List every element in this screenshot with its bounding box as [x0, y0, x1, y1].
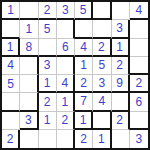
- digit: 1: [44, 77, 51, 89]
- digit: 2: [62, 114, 69, 126]
- cell-r6c1[interactable]: [2, 93, 20, 111]
- digit: 1: [98, 133, 105, 145]
- digit: 4: [136, 4, 143, 16]
- digit: 4: [62, 77, 69, 89]
- cell-r2c5[interactable]: [75, 20, 93, 38]
- cell-r5c5[interactable]: 2: [75, 75, 93, 93]
- digit: 4: [7, 59, 14, 71]
- cell-r8c6[interactable]: 1: [93, 130, 111, 148]
- digit: 1: [80, 114, 87, 126]
- cell-r8c5[interactable]: 2: [75, 130, 93, 148]
- cell-r2c7[interactable]: 3: [112, 20, 130, 38]
- digit: 1: [7, 41, 14, 53]
- digit: 1: [44, 114, 51, 126]
- cell-r3c5[interactable]: 4: [75, 39, 93, 57]
- digit: 3: [44, 59, 51, 71]
- digit: 5: [7, 78, 14, 90]
- cell-r6c5[interactable]: 7: [75, 93, 93, 111]
- cell-r5c1[interactable]: 5: [2, 75, 20, 93]
- cell-r7c5[interactable]: 1: [75, 112, 93, 130]
- digit: 2: [80, 133, 87, 145]
- digit: 2: [7, 133, 14, 145]
- cell-r2c2[interactable]: 1: [20, 20, 38, 38]
- cell-r4c6[interactable]: 5: [93, 57, 111, 75]
- cell-r6c7[interactable]: [112, 93, 130, 111]
- cell-r3c4[interactable]: 6: [57, 39, 75, 57]
- cell-r1c6[interactable]: [93, 2, 111, 20]
- digit: 6: [136, 96, 143, 108]
- cell-r8c3[interactable]: [39, 130, 57, 148]
- digit: 3: [62, 4, 69, 16]
- cell-r4c1[interactable]: 4: [2, 57, 20, 75]
- cell-r3c2[interactable]: 8: [20, 39, 38, 57]
- digit: 2: [44, 4, 51, 16]
- cell-r3c7[interactable]: 1: [112, 39, 130, 57]
- digit: 2: [116, 114, 123, 126]
- cell-r5c6[interactable]: 3: [93, 75, 111, 93]
- cell-r1c5[interactable]: 5: [75, 2, 93, 20]
- cell-r8c4[interactable]: [57, 130, 75, 148]
- cell-r6c3[interactable]: 2: [39, 93, 57, 111]
- cell-r1c7[interactable]: [112, 2, 130, 20]
- cell-r8c8[interactable]: 3: [130, 130, 148, 148]
- cell-r4c5[interactable]: 1: [75, 57, 93, 75]
- cell-r4c4[interactable]: [57, 57, 75, 75]
- digit: 2: [98, 41, 105, 53]
- digit: 7: [80, 95, 87, 107]
- cell-r2c6[interactable]: [93, 20, 111, 38]
- digit: 4: [99, 95, 106, 107]
- cell-r4c7[interactable]: 2: [112, 57, 130, 75]
- cell-r8c2[interactable]: [20, 130, 38, 148]
- digit: 2: [44, 96, 51, 108]
- cell-r4c2[interactable]: [20, 57, 38, 75]
- digit: 2: [136, 77, 143, 89]
- cell-r5c7[interactable]: 9: [112, 75, 130, 93]
- cell-r7c4[interactable]: 2: [57, 112, 75, 130]
- digit: 4: [80, 41, 87, 53]
- cell-r2c4[interactable]: [57, 20, 75, 38]
- cell-r4c3[interactable]: 3: [39, 57, 57, 75]
- cell-r8c7[interactable]: [112, 130, 130, 148]
- cell-r7c8[interactable]: [130, 112, 148, 130]
- digit: 5: [80, 4, 87, 16]
- digit: 1: [80, 59, 87, 71]
- cell-r3c3[interactable]: [39, 39, 57, 57]
- cell-r3c6[interactable]: 2: [93, 39, 111, 57]
- digit: 1: [26, 23, 33, 35]
- digit: 2: [116, 59, 123, 71]
- cell-r3c8[interactable]: [130, 39, 148, 57]
- cell-r3c1[interactable]: 1: [2, 39, 20, 57]
- digit: 5: [44, 23, 51, 35]
- cell-r7c6[interactable]: [93, 112, 111, 130]
- digit: 3: [136, 133, 143, 145]
- cell-r8c1[interactable]: 2: [2, 130, 20, 148]
- cell-r6c6[interactable]: 4: [93, 93, 111, 111]
- cell-r7c7[interactable]: 2: [112, 112, 130, 130]
- cell-r2c1[interactable]: [2, 20, 20, 38]
- cell-r1c2[interactable]: [20, 2, 38, 20]
- cell-r7c2[interactable]: 3: [20, 112, 38, 130]
- digit: 1: [116, 41, 123, 53]
- cell-r5c8[interactable]: 2: [130, 75, 148, 93]
- cell-r4c8[interactable]: [130, 57, 148, 75]
- cell-r1c8[interactable]: 4: [130, 2, 148, 20]
- digit: 3: [99, 77, 106, 89]
- puzzle-board: 1235415318642143152514239221746312122213: [0, 0, 150, 150]
- digit: 6: [62, 41, 69, 53]
- cell-r6c4[interactable]: 1: [57, 93, 75, 111]
- digit: 1: [62, 96, 69, 108]
- cell-r1c4[interactable]: 3: [57, 2, 75, 20]
- digit: 2: [80, 77, 87, 89]
- cell-r7c3[interactable]: 1: [39, 112, 57, 130]
- digit: 8: [26, 41, 33, 53]
- digit: 3: [25, 114, 32, 126]
- cell-r1c3[interactable]: 2: [39, 2, 57, 20]
- digit: 5: [99, 59, 106, 71]
- digit: 1: [7, 4, 14, 16]
- cell-r6c8[interactable]: 6: [130, 93, 148, 111]
- cell-r7c1[interactable]: [2, 112, 20, 130]
- cell-r5c3[interactable]: 1: [39, 75, 57, 93]
- cell-r1c1[interactable]: 1: [2, 2, 20, 20]
- cell-r5c4[interactable]: 4: [57, 75, 75, 93]
- cell-r2c8[interactable]: [130, 20, 148, 38]
- cell-r2c3[interactable]: 5: [39, 20, 57, 38]
- cell-r5c2[interactable]: [20, 75, 38, 93]
- digit: 3: [116, 22, 123, 34]
- digit: 9: [116, 77, 123, 89]
- cell-r6c2[interactable]: [20, 93, 38, 111]
